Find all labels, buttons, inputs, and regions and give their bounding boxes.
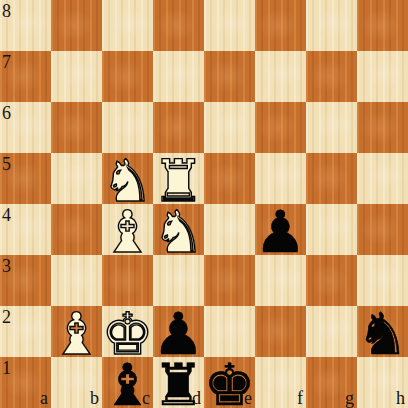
black-rook-icon[interactable]: ♜ xyxy=(153,356,205,408)
square-e4[interactable] xyxy=(204,204,255,255)
square-h8[interactable] xyxy=(357,0,408,51)
square-d8[interactable] xyxy=(153,0,204,51)
rank-label-4: 4 xyxy=(2,206,11,224)
square-e2[interactable] xyxy=(204,306,255,357)
square-b2[interactable]: ♝ xyxy=(51,306,102,357)
square-f7[interactable] xyxy=(255,51,306,102)
square-h2[interactable]: ♞ xyxy=(357,306,408,357)
square-c4[interactable]: ♝ xyxy=(102,204,153,255)
square-a2[interactable]: 2 xyxy=(0,306,51,357)
square-g1[interactable]: g xyxy=(306,357,357,408)
square-d1[interactable]: d♜ xyxy=(153,357,204,408)
square-b3[interactable] xyxy=(51,255,102,306)
white-bishop-icon[interactable]: ♝ xyxy=(51,305,103,363)
square-f1[interactable]: f xyxy=(255,357,306,408)
square-a6[interactable]: 6 xyxy=(0,102,51,153)
square-c1[interactable]: c♝ xyxy=(102,357,153,408)
black-pawn-icon[interactable]: ♟ xyxy=(255,203,307,261)
square-g8[interactable] xyxy=(306,0,357,51)
rank-label-6: 6 xyxy=(2,104,11,122)
file-label-f: f xyxy=(297,389,303,407)
square-h3[interactable] xyxy=(357,255,408,306)
square-c6[interactable] xyxy=(102,102,153,153)
square-c7[interactable] xyxy=(102,51,153,102)
white-bishop-icon[interactable]: ♝ xyxy=(102,203,154,261)
square-d3[interactable] xyxy=(153,255,204,306)
square-d6[interactable] xyxy=(153,102,204,153)
rank-label-1: 1 xyxy=(2,359,11,377)
square-h1[interactable]: h xyxy=(357,357,408,408)
square-a5[interactable]: 5 xyxy=(0,153,51,204)
black-king-icon[interactable]: ♚ xyxy=(204,356,256,408)
square-h7[interactable] xyxy=(357,51,408,102)
black-bishop-icon[interactable]: ♝ xyxy=(102,356,154,408)
square-g3[interactable] xyxy=(306,255,357,306)
square-e5[interactable] xyxy=(204,153,255,204)
square-e8[interactable] xyxy=(204,0,255,51)
square-c3[interactable] xyxy=(102,255,153,306)
square-a3[interactable]: 3 xyxy=(0,255,51,306)
file-label-g: g xyxy=(345,389,354,407)
square-f8[interactable] xyxy=(255,0,306,51)
square-b1[interactable]: b xyxy=(51,357,102,408)
square-c5[interactable]: ♞ xyxy=(102,153,153,204)
square-f3[interactable] xyxy=(255,255,306,306)
square-a1[interactable]: 1a xyxy=(0,357,51,408)
square-g4[interactable] xyxy=(306,204,357,255)
rank-label-7: 7 xyxy=(2,53,11,71)
square-c2[interactable]: ♚ xyxy=(102,306,153,357)
square-h4[interactable] xyxy=(357,204,408,255)
square-e3[interactable] xyxy=(204,255,255,306)
rank-label-5: 5 xyxy=(2,155,11,173)
rank-label-3: 3 xyxy=(2,257,11,275)
square-h6[interactable] xyxy=(357,102,408,153)
file-label-a: a xyxy=(40,389,48,407)
square-f2[interactable] xyxy=(255,306,306,357)
square-a4[interactable]: 4 xyxy=(0,204,51,255)
square-d5[interactable]: ♜ xyxy=(153,153,204,204)
square-g2[interactable] xyxy=(306,306,357,357)
square-e1[interactable]: e♚ xyxy=(204,357,255,408)
rank-label-2: 2 xyxy=(2,308,11,326)
square-e6[interactable] xyxy=(204,102,255,153)
square-g5[interactable] xyxy=(306,153,357,204)
square-b7[interactable] xyxy=(51,51,102,102)
black-knight-icon[interactable]: ♞ xyxy=(357,305,408,363)
square-b6[interactable] xyxy=(51,102,102,153)
square-g6[interactable] xyxy=(306,102,357,153)
square-b4[interactable] xyxy=(51,204,102,255)
file-label-h: h xyxy=(396,389,405,407)
square-f6[interactable] xyxy=(255,102,306,153)
file-label-b: b xyxy=(90,389,99,407)
square-b5[interactable] xyxy=(51,153,102,204)
square-e7[interactable] xyxy=(204,51,255,102)
square-f4[interactable]: ♟ xyxy=(255,204,306,255)
square-h5[interactable] xyxy=(357,153,408,204)
square-a8[interactable]: 8 xyxy=(0,0,51,51)
square-c8[interactable] xyxy=(102,0,153,51)
square-d7[interactable] xyxy=(153,51,204,102)
square-f5[interactable] xyxy=(255,153,306,204)
white-knight-icon[interactable]: ♞ xyxy=(153,203,205,261)
square-d4[interactable]: ♞ xyxy=(153,204,204,255)
square-a7[interactable]: 7 xyxy=(0,51,51,102)
square-b8[interactable] xyxy=(51,0,102,51)
chess-board: 8765♞♜4♝♞♟32♝♚♟♞1abc♝d♜e♚fgh xyxy=(0,0,408,408)
square-g7[interactable] xyxy=(306,51,357,102)
square-d2[interactable]: ♟ xyxy=(153,306,204,357)
rank-label-8: 8 xyxy=(2,2,11,20)
